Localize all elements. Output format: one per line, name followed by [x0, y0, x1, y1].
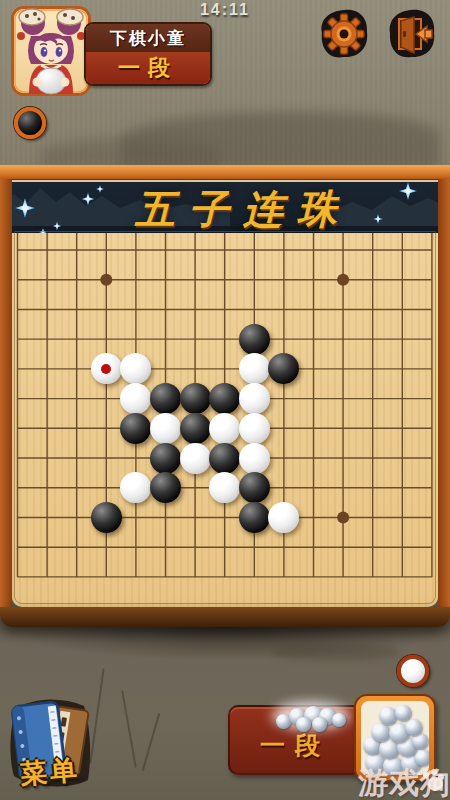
stone-white: [209, 413, 240, 444]
boat-silhouette: [270, 644, 400, 660]
stone-black: [239, 324, 270, 355]
stone-black: [180, 383, 211, 414]
player-avatar[interactable]: [11, 6, 91, 96]
grey-stone: [371, 723, 390, 742]
player-color-indicator-black-stone: [14, 107, 46, 139]
stone-white: [239, 443, 270, 474]
stone-white: [150, 413, 181, 444]
table-frame-left: [0, 179, 12, 607]
table-front-edge: [0, 607, 450, 627]
menu-button[interactable]: 菜单: [8, 696, 92, 794]
grey-stone: [312, 717, 327, 732]
star-point: [337, 511, 349, 523]
title-banner: 五子连珠: [0, 180, 450, 235]
settings-button[interactable]: [318, 7, 370, 61]
paw-icon: [428, 777, 443, 791]
mountain-wash: [120, 112, 440, 170]
grey-stone: [332, 713, 346, 727]
player-name: 下棋小童: [86, 24, 210, 52]
stone-black: [180, 413, 211, 444]
stone-white: [239, 383, 270, 414]
grey-stone: [296, 717, 311, 732]
star-point: [337, 274, 349, 286]
stone-white: [239, 353, 270, 384]
stone-white-last-move: [91, 353, 122, 384]
gomoku-board[interactable]: [12, 233, 438, 607]
stone-black: [150, 383, 181, 414]
grey-stone: [379, 707, 397, 725]
stone-black: [120, 413, 151, 444]
captured-stone-heap: [268, 698, 354, 734]
table-frame-right: [438, 179, 450, 607]
grey-stone: [395, 705, 411, 721]
grey-stone: [405, 719, 422, 736]
stone-black: [239, 502, 270, 533]
stone-black: [209, 443, 240, 474]
player-name-plate: 下棋小童 一段: [84, 22, 212, 86]
game-screen: 14:11: [0, 0, 450, 800]
watermark: 游戏狗: [358, 763, 450, 800]
stone-white: [239, 413, 270, 444]
star-point: [100, 274, 112, 286]
exit-button[interactable]: [386, 7, 438, 61]
opponent-color-indicator-white-stone: [397, 655, 429, 687]
banner-top-frame: [0, 165, 450, 180]
stone-black: [239, 472, 270, 503]
stone-black: [150, 443, 181, 474]
player-rank: 一段: [86, 52, 210, 84]
menu-button-label: 菜单: [7, 750, 94, 793]
game-title: 五子连珠: [18, 182, 450, 235]
stone-white: [180, 443, 211, 474]
stone-black: [91, 502, 122, 533]
